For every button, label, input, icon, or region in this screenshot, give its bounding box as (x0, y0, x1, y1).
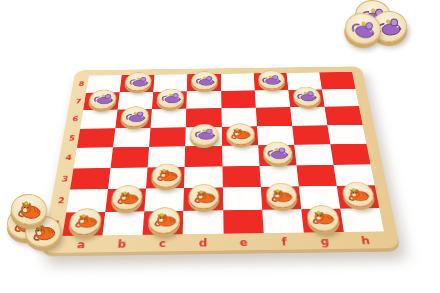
square-g1 (301, 208, 344, 232)
square-f8 (253, 73, 288, 90)
square-g3 (296, 165, 336, 187)
square-g5 (292, 125, 330, 145)
square-a2 (66, 189, 108, 212)
square-e1 (223, 209, 264, 233)
square-a7 (83, 92, 120, 110)
square-b3 (108, 167, 148, 189)
cat-icon (15, 199, 43, 220)
square-f4 (258, 145, 296, 166)
square-b2 (105, 188, 146, 211)
square-a1 (62, 212, 105, 236)
square-e3 (222, 166, 260, 188)
square-c3 (146, 167, 185, 189)
square-g2 (299, 186, 341, 209)
board-grid (62, 72, 384, 236)
file-label: g (304, 234, 347, 251)
checkers-board: 87654321 abcdefgh (41, 66, 401, 256)
square-d1 (183, 210, 223, 234)
square-a3 (70, 168, 111, 190)
file-label: f (263, 234, 305, 251)
mouse-icon (348, 17, 377, 40)
square-f7 (254, 90, 290, 108)
square-e4 (222, 145, 259, 166)
square-h8 (319, 72, 355, 89)
square-c5 (149, 127, 186, 147)
square-c6 (151, 109, 187, 128)
square-e2 (222, 187, 261, 210)
square-h6 (324, 106, 362, 125)
square-f2 (260, 186, 301, 209)
square-f6 (256, 107, 292, 126)
photo-canvas: 87654321 abcdefgh (0, 0, 440, 293)
square-d5 (186, 126, 222, 146)
file-label: h (344, 233, 388, 250)
square-c8 (153, 74, 187, 91)
square-e7 (221, 90, 256, 108)
file-label: d (182, 235, 223, 252)
square-b6 (115, 109, 152, 128)
file-label: e (223, 235, 264, 252)
square-b4 (111, 147, 150, 168)
square-h7 (322, 89, 359, 107)
square-a6 (80, 110, 118, 129)
square-d8 (187, 74, 221, 91)
square-e8 (220, 73, 254, 90)
square-c4 (148, 146, 186, 167)
square-g7 (288, 89, 324, 107)
square-e5 (221, 126, 258, 146)
square-a8 (86, 75, 122, 92)
square-f1 (262, 209, 304, 233)
square-e6 (221, 108, 257, 127)
square-f3 (259, 165, 298, 187)
square-f5 (257, 125, 294, 145)
square-c1 (143, 210, 184, 234)
square-d2 (184, 187, 223, 210)
square-g8 (286, 72, 321, 89)
square-c7 (152, 91, 187, 109)
square-h4 (330, 144, 370, 165)
file-labels: abcdefgh (59, 233, 387, 254)
square-h1 (340, 208, 384, 232)
square-a5 (77, 128, 116, 148)
file-label: a (59, 237, 102, 255)
square-b1 (103, 211, 145, 235)
square-d4 (185, 146, 222, 167)
square-b5 (113, 127, 151, 147)
square-h5 (327, 125, 366, 145)
square-c2 (145, 188, 185, 211)
square-h2 (337, 185, 380, 208)
board-frame: 87654321 abcdefgh (41, 66, 401, 256)
square-h3 (333, 164, 374, 186)
square-g6 (290, 107, 327, 126)
square-b8 (120, 75, 155, 92)
square-a4 (74, 147, 114, 168)
square-d6 (186, 108, 221, 127)
square-g4 (294, 144, 333, 165)
file-label: b (100, 236, 142, 254)
file-label: c (141, 236, 183, 254)
square-d3 (184, 166, 222, 188)
square-d7 (187, 91, 221, 109)
square-b7 (118, 92, 154, 110)
